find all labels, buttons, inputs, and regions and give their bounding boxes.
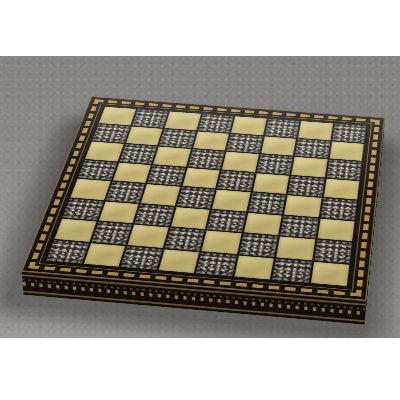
square-e5 bbox=[217, 170, 254, 191]
frame-gold-dash-band bbox=[28, 99, 380, 296]
square-c1 bbox=[121, 246, 162, 270]
square-f1 bbox=[234, 255, 274, 279]
square-c5 bbox=[147, 165, 185, 186]
square-e2 bbox=[202, 230, 242, 253]
square-c3 bbox=[134, 204, 174, 226]
square-b3 bbox=[98, 201, 138, 223]
square-a5 bbox=[78, 160, 117, 180]
square-e3 bbox=[207, 210, 246, 232]
square-g3 bbox=[280, 215, 318, 238]
square-e1 bbox=[196, 252, 236, 276]
square-g8 bbox=[298, 121, 332, 140]
photo-background bbox=[0, 56, 400, 338]
square-h7 bbox=[329, 141, 364, 161]
square-f8 bbox=[265, 119, 300, 138]
square-a2 bbox=[55, 219, 96, 242]
letterbox-top bbox=[0, 0, 400, 56]
square-h6 bbox=[326, 159, 361, 179]
square-d6 bbox=[188, 149, 225, 169]
square-a3 bbox=[63, 198, 104, 220]
square-d4 bbox=[176, 187, 214, 208]
square-g1 bbox=[272, 258, 311, 282]
square-e6 bbox=[222, 152, 259, 172]
square-c2 bbox=[128, 225, 169, 248]
square-a8 bbox=[99, 107, 136, 125]
square-f5 bbox=[252, 173, 289, 194]
square-c6 bbox=[153, 147, 190, 167]
square-h5 bbox=[323, 178, 359, 199]
square-b5 bbox=[113, 162, 151, 183]
square-d5 bbox=[182, 168, 220, 189]
square-h4 bbox=[320, 198, 357, 220]
square-b8 bbox=[132, 109, 168, 127]
square-b4 bbox=[106, 181, 145, 202]
square-h2 bbox=[314, 239, 352, 263]
square-f3 bbox=[243, 213, 281, 236]
square-g7 bbox=[295, 139, 330, 159]
square-a6 bbox=[85, 141, 123, 161]
square-e4 bbox=[212, 190, 250, 212]
square-d7 bbox=[193, 131, 229, 150]
square-c4 bbox=[141, 184, 180, 205]
square-c8 bbox=[165, 111, 201, 130]
board-grid bbox=[44, 106, 368, 288]
square-d2 bbox=[164, 228, 204, 251]
square-a4 bbox=[70, 179, 110, 200]
square-h1 bbox=[310, 261, 349, 286]
square-h3 bbox=[317, 218, 354, 241]
square-a1 bbox=[46, 240, 88, 264]
square-f7 bbox=[261, 136, 296, 155]
square-b1 bbox=[83, 243, 125, 267]
square-d1 bbox=[158, 249, 199, 273]
square-h8 bbox=[332, 124, 366, 143]
square-g6 bbox=[291, 157, 327, 177]
square-b7 bbox=[126, 126, 163, 145]
square-e7 bbox=[227, 134, 263, 153]
square-g2 bbox=[276, 236, 315, 260]
frame-inner-gold-line bbox=[38, 104, 371, 291]
square-a7 bbox=[92, 124, 129, 143]
square-f6 bbox=[257, 154, 293, 174]
square-b2 bbox=[91, 222, 132, 245]
square-f4 bbox=[248, 192, 286, 214]
square-e8 bbox=[231, 116, 266, 135]
square-d3 bbox=[171, 207, 210, 229]
letterbox-bottom bbox=[0, 338, 400, 400]
square-d8 bbox=[198, 114, 234, 133]
square-b6 bbox=[119, 144, 157, 164]
product-photo-canvas bbox=[0, 0, 400, 400]
chessboard bbox=[22, 97, 385, 301]
square-c7 bbox=[159, 129, 196, 148]
square-f2 bbox=[239, 233, 278, 256]
square-g4 bbox=[284, 195, 321, 217]
square-g5 bbox=[288, 176, 324, 197]
